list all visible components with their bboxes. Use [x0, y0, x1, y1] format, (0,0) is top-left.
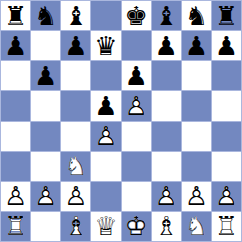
piece-black-bishop: ♝ [63, 3, 89, 29]
piece-white-bishop: ♝♗ [63, 213, 89, 239]
square-h8[interactable]: ♜ [212, 1, 241, 30]
square-f5[interactable] [152, 91, 181, 120]
square-a5[interactable] [1, 91, 30, 120]
square-f6[interactable] [152, 61, 181, 90]
piece-white-pawn: ♟♙ [93, 123, 119, 149]
square-d4[interactable]: ♟♙ [91, 122, 120, 151]
square-h2[interactable]: ♟♙ [212, 182, 241, 211]
square-d6[interactable] [91, 61, 120, 90]
piece-white-pawn: ♟♙ [3, 183, 29, 209]
square-g6[interactable] [182, 61, 211, 90]
piece-white-queen: ♛♕ [93, 213, 119, 239]
square-b3[interactable] [31, 152, 60, 181]
piece-black-pawn: ♟ [213, 33, 239, 59]
piece-white-bishop: ♝♗ [153, 213, 179, 239]
square-d5[interactable]: ♟ [91, 91, 120, 120]
square-f2[interactable]: ♟♙ [152, 182, 181, 211]
piece-black-pawn: ♟ [183, 33, 209, 59]
piece-black-knight: ♞ [183, 3, 209, 29]
square-c5[interactable] [61, 91, 90, 120]
square-d8[interactable] [91, 1, 120, 30]
square-e3[interactable] [122, 152, 151, 181]
square-g8[interactable]: ♞ [182, 1, 211, 30]
piece-white-rook: ♜♖ [213, 213, 239, 239]
square-d7[interactable]: ♛ [91, 31, 120, 60]
square-a2[interactable]: ♟♙ [1, 182, 30, 211]
square-a4[interactable] [1, 122, 30, 151]
square-c2[interactable]: ♟♙ [61, 182, 90, 211]
square-b7[interactable] [31, 31, 60, 60]
piece-white-rook: ♜♖ [3, 213, 29, 239]
piece-white-king: ♚♔ [123, 213, 149, 239]
square-a1[interactable]: ♜♖ [1, 212, 30, 241]
square-c4[interactable] [61, 122, 90, 151]
square-g2[interactable]: ♟♙ [182, 182, 211, 211]
square-h5[interactable] [212, 91, 241, 120]
square-f3[interactable] [152, 152, 181, 181]
square-g5[interactable] [182, 91, 211, 120]
square-f8[interactable]: ♝ [152, 1, 181, 30]
square-h1[interactable]: ♜♖ [212, 212, 241, 241]
square-a3[interactable] [1, 152, 30, 181]
square-c3[interactable]: ♞♘ [61, 152, 90, 181]
piece-white-pawn: ♟♙ [153, 183, 179, 209]
square-h4[interactable] [212, 122, 241, 151]
square-g3[interactable] [182, 152, 211, 181]
square-h6[interactable] [212, 61, 241, 90]
square-f1[interactable]: ♝♗ [152, 212, 181, 241]
square-b8[interactable]: ♞ [31, 1, 60, 30]
square-f4[interactable] [152, 122, 181, 151]
piece-black-rook: ♜ [3, 3, 29, 29]
piece-black-king: ♚ [123, 3, 149, 29]
piece-black-knight: ♞ [33, 3, 59, 29]
square-h3[interactable] [212, 152, 241, 181]
square-f7[interactable]: ♟ [152, 31, 181, 60]
piece-black-queen: ♛ [93, 33, 119, 59]
piece-black-pawn: ♟ [123, 63, 149, 89]
square-b6[interactable]: ♟ [31, 61, 60, 90]
square-e2[interactable] [122, 182, 151, 211]
piece-black-pawn: ♟ [3, 33, 29, 59]
square-a8[interactable]: ♜ [1, 1, 30, 30]
square-a7[interactable]: ♟ [1, 31, 30, 60]
square-c7[interactable]: ♟ [61, 31, 90, 60]
piece-white-pawn: ♟♙ [123, 93, 149, 119]
square-g4[interactable] [182, 122, 211, 151]
square-h7[interactable]: ♟ [212, 31, 241, 60]
square-b2[interactable]: ♟♙ [31, 182, 60, 211]
piece-white-knight: ♞♘ [63, 153, 89, 179]
piece-white-pawn: ♟♙ [183, 183, 209, 209]
square-b1[interactable] [31, 212, 60, 241]
square-d3[interactable] [91, 152, 120, 181]
square-c6[interactable] [61, 61, 90, 90]
square-e1[interactable]: ♚♔ [122, 212, 151, 241]
piece-white-pawn: ♟♙ [63, 183, 89, 209]
square-d2[interactable] [91, 182, 120, 211]
square-g7[interactable]: ♟ [182, 31, 211, 60]
square-e8[interactable]: ♚ [122, 1, 151, 30]
piece-white-pawn: ♟♙ [33, 183, 59, 209]
square-c8[interactable]: ♝ [61, 1, 90, 30]
square-e6[interactable]: ♟ [122, 61, 151, 90]
piece-black-rook: ♜ [213, 3, 239, 29]
chess-board: ♜♞♝♚♝♞♜♟♟♛♟♟♟♟♟♟♟♙♟♙♞♘♟♙♟♙♟♙♟♙♟♙♟♙♜♖♝♗♛♕… [0, 0, 242, 242]
square-b5[interactable] [31, 91, 60, 120]
square-b4[interactable] [31, 122, 60, 151]
piece-black-pawn: ♟ [153, 33, 179, 59]
piece-white-knight: ♞♘ [183, 213, 209, 239]
square-g1[interactable]: ♞♘ [182, 212, 211, 241]
square-a6[interactable] [1, 61, 30, 90]
piece-black-pawn: ♟ [93, 93, 119, 119]
piece-black-pawn: ♟ [63, 33, 89, 59]
square-e7[interactable] [122, 31, 151, 60]
square-e5[interactable]: ♟♙ [122, 91, 151, 120]
piece-white-pawn: ♟♙ [213, 183, 239, 209]
square-c1[interactable]: ♝♗ [61, 212, 90, 241]
square-d1[interactable]: ♛♕ [91, 212, 120, 241]
piece-black-bishop: ♝ [153, 3, 179, 29]
square-e4[interactable] [122, 122, 151, 151]
piece-black-pawn: ♟ [33, 63, 59, 89]
